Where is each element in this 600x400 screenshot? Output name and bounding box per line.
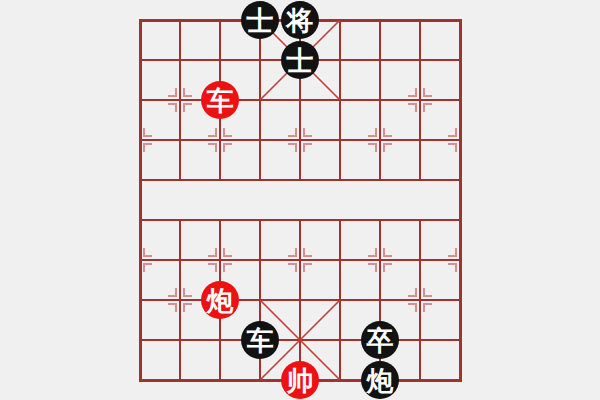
intersection-f8r5[interactable]	[440, 200, 480, 240]
intersection-f0r2[interactable]	[120, 80, 160, 120]
intersection-f4r3[interactable]	[280, 120, 320, 160]
piece-red-general[interactable]: 帅	[281, 361, 319, 399]
intersection-f5r5[interactable]	[320, 200, 360, 240]
intersection-f3r8[interactable]: 车	[240, 320, 280, 360]
intersection-f4r7[interactable]	[280, 280, 320, 320]
intersection-f8r9[interactable]	[440, 360, 480, 400]
intersection-f3r2[interactable]	[240, 80, 280, 120]
intersection-f6r6[interactable]	[360, 240, 400, 280]
intersection-f6r7[interactable]	[360, 280, 400, 320]
board-intersections: 士将士车炮车卒帅炮	[120, 0, 480, 400]
intersection-f4r2[interactable]	[280, 80, 320, 120]
intersection-f1r9[interactable]	[160, 360, 200, 400]
intersection-f0r1[interactable]	[120, 40, 160, 80]
intersection-f0r5[interactable]	[120, 200, 160, 240]
intersection-f0r4[interactable]	[120, 160, 160, 200]
piece-black-general[interactable]: 将	[281, 1, 319, 39]
intersection-f4r5[interactable]	[280, 200, 320, 240]
intersection-f7r1[interactable]	[400, 40, 440, 80]
piece-red-cannon[interactable]: 炮	[201, 281, 239, 319]
intersection-f3r4[interactable]	[240, 160, 280, 200]
intersection-f6r9[interactable]: 炮	[360, 360, 400, 400]
intersection-f0r3[interactable]	[120, 120, 160, 160]
intersection-f4r6[interactable]	[280, 240, 320, 280]
intersection-f3r9[interactable]	[240, 360, 280, 400]
intersection-f2r7[interactable]: 炮	[200, 280, 240, 320]
intersection-f7r9[interactable]	[400, 360, 440, 400]
intersection-f4r1[interactable]: 士	[280, 40, 320, 80]
intersection-f5r6[interactable]	[320, 240, 360, 280]
intersection-f8r8[interactable]	[440, 320, 480, 360]
intersection-f6r4[interactable]	[360, 160, 400, 200]
intersection-f6r5[interactable]	[360, 200, 400, 240]
intersection-f3r3[interactable]	[240, 120, 280, 160]
intersection-f8r1[interactable]	[440, 40, 480, 80]
intersection-f7r7[interactable]	[400, 280, 440, 320]
intersection-f7r3[interactable]	[400, 120, 440, 160]
intersection-f1r5[interactable]	[160, 200, 200, 240]
intersection-f8r0[interactable]	[440, 0, 480, 40]
intersection-f0r6[interactable]	[120, 240, 160, 280]
intersection-f2r9[interactable]	[200, 360, 240, 400]
intersection-f3r7[interactable]	[240, 280, 280, 320]
intersection-f3r1[interactable]	[240, 40, 280, 80]
intersection-f6r2[interactable]	[360, 80, 400, 120]
intersection-f3r5[interactable]	[240, 200, 280, 240]
intersection-f0r9[interactable]	[120, 360, 160, 400]
intersection-f2r0[interactable]	[200, 0, 240, 40]
intersection-f5r0[interactable]	[320, 0, 360, 40]
piece-black-advisor-2[interactable]: 士	[281, 41, 319, 79]
xiangqi-board: 士将士车炮车卒帅炮	[0, 0, 600, 400]
intersection-f4r0[interactable]: 将	[280, 0, 320, 40]
intersection-f7r6[interactable]	[400, 240, 440, 280]
intersection-f5r2[interactable]	[320, 80, 360, 120]
intersection-f4r9[interactable]: 帅	[280, 360, 320, 400]
intersection-f5r8[interactable]	[320, 320, 360, 360]
piece-black-soldier[interactable]: 卒	[361, 321, 399, 359]
intersection-f8r6[interactable]	[440, 240, 480, 280]
intersection-f5r4[interactable]	[320, 160, 360, 200]
intersection-f7r4[interactable]	[400, 160, 440, 200]
intersection-f7r2[interactable]	[400, 80, 440, 120]
intersection-f5r3[interactable]	[320, 120, 360, 160]
intersection-f2r2[interactable]: 车	[200, 80, 240, 120]
intersection-f1r7[interactable]	[160, 280, 200, 320]
intersection-f2r5[interactable]	[200, 200, 240, 240]
intersection-f1r2[interactable]	[160, 80, 200, 120]
intersection-f8r7[interactable]	[440, 280, 480, 320]
intersection-f2r8[interactable]	[200, 320, 240, 360]
intersection-f2r4[interactable]	[200, 160, 240, 200]
intersection-f0r8[interactable]	[120, 320, 160, 360]
intersection-f4r4[interactable]	[280, 160, 320, 200]
intersection-f0r7[interactable]	[120, 280, 160, 320]
intersection-f1r8[interactable]	[160, 320, 200, 360]
piece-black-advisor-1[interactable]: 士	[241, 1, 279, 39]
intersection-f2r1[interactable]	[200, 40, 240, 80]
intersection-f4r8[interactable]	[280, 320, 320, 360]
intersection-f6r0[interactable]	[360, 0, 400, 40]
intersection-f3r0[interactable]: 士	[240, 0, 280, 40]
intersection-f3r6[interactable]	[240, 240, 280, 280]
piece-red-chariot[interactable]: 车	[201, 81, 239, 119]
intersection-f7r8[interactable]	[400, 320, 440, 360]
intersection-f1r1[interactable]	[160, 40, 200, 80]
piece-black-cannon[interactable]: 炮	[361, 361, 399, 399]
intersection-f5r9[interactable]	[320, 360, 360, 400]
intersection-f6r3[interactable]	[360, 120, 400, 160]
intersection-f8r2[interactable]	[440, 80, 480, 120]
intersection-f8r3[interactable]	[440, 120, 480, 160]
intersection-f0r0[interactable]	[120, 0, 160, 40]
intersection-f6r1[interactable]	[360, 40, 400, 80]
intersection-f5r1[interactable]	[320, 40, 360, 80]
intersection-f2r6[interactable]	[200, 240, 240, 280]
intersection-f7r5[interactable]	[400, 200, 440, 240]
intersection-f1r6[interactable]	[160, 240, 200, 280]
intersection-f6r8[interactable]: 卒	[360, 320, 400, 360]
piece-black-chariot[interactable]: 车	[241, 321, 279, 359]
intersection-f1r0[interactable]	[160, 0, 200, 40]
intersection-f5r7[interactable]	[320, 280, 360, 320]
intersection-f1r3[interactable]	[160, 120, 200, 160]
intersection-f7r0[interactable]	[400, 0, 440, 40]
intersection-f8r4[interactable]	[440, 160, 480, 200]
intersection-f2r3[interactable]	[200, 120, 240, 160]
intersection-f1r4[interactable]	[160, 160, 200, 200]
